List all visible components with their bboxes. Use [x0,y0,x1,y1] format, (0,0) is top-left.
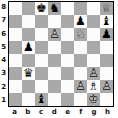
piece-black-knight: ♞ [48,2,61,15]
square-g6[interactable] [87,28,100,41]
square-h5[interactable] [100,41,113,54]
square-e7[interactable] [61,15,74,28]
piece-white-king: ♔ [87,93,100,106]
square-e4[interactable] [61,54,74,67]
piece-white-pawn: ♙ [74,80,87,93]
square-b8[interactable] [22,2,35,15]
square-c3[interactable] [35,67,48,80]
piece-black-bishop: ♝ [35,93,48,106]
square-g8[interactable] [87,2,100,15]
square-g5[interactable] [87,41,100,54]
piece-black-queen: ♛ [22,67,35,80]
square-a1[interactable] [9,93,22,106]
piece-black-king: ♚ [35,2,48,15]
square-a7[interactable] [9,15,22,28]
chess-diagram: 87654321 ♚♞♕♟♝♙♘♟♟♛♙♙♗♙♝♔ abcdefgh [0,0,118,118]
file-label-e: e [61,108,74,118]
chess-board: ♚♞♕♟♝♙♘♟♟♛♙♙♗♙♝♔ [8,1,114,107]
square-e6[interactable] [61,28,74,41]
rank-label-4: 4 [0,54,7,67]
file-label-g: g [88,108,101,118]
square-d2[interactable] [48,80,61,93]
rank-label-1: 1 [0,94,7,107]
rank-label-3: 3 [0,67,7,80]
square-b5[interactable]: ♟ [22,41,35,54]
piece-white-knight: ♘ [74,28,87,41]
file-label-f: f [74,108,87,118]
piece-black-pawn: ♟ [100,28,113,41]
square-a4[interactable] [9,54,22,67]
square-g7[interactable] [87,15,100,28]
square-f2[interactable]: ♙ [74,80,87,93]
square-f4[interactable] [74,54,87,67]
file-labels: abcdefgh [8,108,114,118]
file-label-d: d [48,108,61,118]
square-d3[interactable] [48,67,61,80]
square-d1[interactable] [48,93,61,106]
rank-labels: 87654321 [0,1,7,107]
square-h2[interactable]: ♙ [100,80,113,93]
square-a2[interactable] [9,80,22,93]
square-d5[interactable] [48,41,61,54]
square-f5[interactable] [74,41,87,54]
square-b7[interactable] [22,15,35,28]
square-a6[interactable] [9,28,22,41]
square-c5[interactable] [35,41,48,54]
square-h6[interactable]: ♟ [100,28,113,41]
square-b2[interactable] [22,80,35,93]
square-c6[interactable] [35,28,48,41]
square-c1[interactable]: ♝ [35,93,48,106]
square-e2[interactable] [61,80,74,93]
square-c4[interactable] [35,54,48,67]
square-a3[interactable] [9,67,22,80]
square-e1[interactable] [61,93,74,106]
rank-label-6: 6 [0,28,7,41]
piece-white-pawn: ♙ [100,80,113,93]
rank-label-2: 2 [0,81,7,94]
file-label-b: b [21,108,34,118]
square-a5[interactable] [9,41,22,54]
square-d4[interactable] [48,54,61,67]
piece-white-pawn: ♙ [48,28,61,41]
rank-label-5: 5 [0,41,7,54]
square-b1[interactable] [22,93,35,106]
square-h4[interactable] [100,54,113,67]
square-e8[interactable] [61,2,74,15]
square-e3[interactable] [61,67,74,80]
rank-label-8: 8 [0,1,7,14]
square-d6[interactable]: ♙ [48,28,61,41]
square-d8[interactable]: ♞ [48,2,61,15]
file-label-c: c [35,108,48,118]
square-a8[interactable] [9,2,22,15]
square-f1[interactable] [74,93,87,106]
file-label-a: a [8,108,21,118]
square-c8[interactable]: ♚ [35,2,48,15]
square-h1[interactable] [100,93,113,106]
rank-label-7: 7 [0,14,7,27]
square-g1[interactable]: ♔ [87,93,100,106]
file-label-h: h [101,108,114,118]
piece-black-pawn: ♟ [22,41,35,54]
square-e5[interactable] [61,41,74,54]
square-c7[interactable] [35,15,48,28]
square-b3[interactable]: ♛ [22,67,35,80]
square-f6[interactable]: ♘ [74,28,87,41]
